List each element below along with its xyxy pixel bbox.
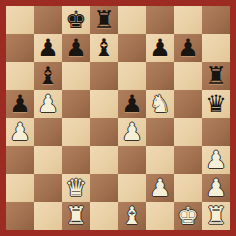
piece-white-pawn[interactable]: ♟ xyxy=(202,174,230,202)
piece-black-pawn[interactable]: ♟ xyxy=(6,90,34,118)
square-b5[interactable]: ♟ xyxy=(34,90,62,118)
square-a5[interactable]: ♟ xyxy=(6,90,34,118)
square-e3[interactable] xyxy=(118,146,146,174)
square-h6[interactable]: ♜ xyxy=(202,62,230,90)
piece-black-king[interactable]: ♚ xyxy=(62,6,90,34)
piece-white-king[interactable]: ♚ xyxy=(174,202,202,230)
square-e6[interactable] xyxy=(118,62,146,90)
square-a3[interactable] xyxy=(6,146,34,174)
piece-black-rook[interactable]: ♜ xyxy=(90,6,118,34)
piece-white-rook[interactable]: ♜ xyxy=(202,202,230,230)
square-f2[interactable]: ♟ xyxy=(146,174,174,202)
square-c3[interactable] xyxy=(62,146,90,174)
square-d6[interactable] xyxy=(90,62,118,90)
square-c6[interactable] xyxy=(62,62,90,90)
chess-board: ♚♜♟♟♝♟♟♝♜♟♟♟♞♛♟♟♟♛♟♟♜♝♚♜ xyxy=(6,6,230,230)
square-a8[interactable] xyxy=(6,6,34,34)
square-b1[interactable] xyxy=(34,202,62,230)
square-g6[interactable] xyxy=(174,62,202,90)
piece-white-knight[interactable]: ♞ xyxy=(146,90,174,118)
piece-black-pawn[interactable]: ♟ xyxy=(146,34,174,62)
piece-white-pawn[interactable]: ♟ xyxy=(118,118,146,146)
piece-white-pawn[interactable]: ♟ xyxy=(34,90,62,118)
square-h4[interactable] xyxy=(202,118,230,146)
piece-white-bishop[interactable]: ♝ xyxy=(118,202,146,230)
square-d1[interactable] xyxy=(90,202,118,230)
square-h3[interactable]: ♟ xyxy=(202,146,230,174)
square-e5[interactable]: ♟ xyxy=(118,90,146,118)
square-b2[interactable] xyxy=(34,174,62,202)
square-e4[interactable]: ♟ xyxy=(118,118,146,146)
square-h2[interactable]: ♟ xyxy=(202,174,230,202)
square-c5[interactable] xyxy=(62,90,90,118)
square-e8[interactable] xyxy=(118,6,146,34)
square-f4[interactable] xyxy=(146,118,174,146)
square-e7[interactable] xyxy=(118,34,146,62)
square-h1[interactable]: ♜ xyxy=(202,202,230,230)
piece-black-queen[interactable]: ♛ xyxy=(202,90,230,118)
square-f1[interactable] xyxy=(146,202,174,230)
piece-black-bishop[interactable]: ♝ xyxy=(34,62,62,90)
square-c1[interactable]: ♜ xyxy=(62,202,90,230)
square-h7[interactable] xyxy=(202,34,230,62)
square-c7[interactable]: ♟ xyxy=(62,34,90,62)
square-d3[interactable] xyxy=(90,146,118,174)
square-h5[interactable]: ♛ xyxy=(202,90,230,118)
square-d4[interactable] xyxy=(90,118,118,146)
square-f5[interactable]: ♞ xyxy=(146,90,174,118)
square-a4[interactable]: ♟ xyxy=(6,118,34,146)
square-g7[interactable]: ♟ xyxy=(174,34,202,62)
square-a6[interactable] xyxy=(6,62,34,90)
piece-white-pawn[interactable]: ♟ xyxy=(202,146,230,174)
square-e2[interactable] xyxy=(118,174,146,202)
piece-black-bishop[interactable]: ♝ xyxy=(90,34,118,62)
square-b3[interactable] xyxy=(34,146,62,174)
square-f7[interactable]: ♟ xyxy=(146,34,174,62)
square-c4[interactable] xyxy=(62,118,90,146)
square-h8[interactable] xyxy=(202,6,230,34)
piece-black-pawn[interactable]: ♟ xyxy=(118,90,146,118)
square-g2[interactable] xyxy=(174,174,202,202)
piece-black-pawn[interactable]: ♟ xyxy=(174,34,202,62)
square-f6[interactable] xyxy=(146,62,174,90)
square-g3[interactable] xyxy=(174,146,202,174)
board-frame: ♚♜♟♟♝♟♟♝♜♟♟♟♞♛♟♟♟♛♟♟♜♝♚♜ xyxy=(0,0,236,236)
square-f8[interactable] xyxy=(146,6,174,34)
square-g4[interactable] xyxy=(174,118,202,146)
square-g8[interactable] xyxy=(174,6,202,34)
piece-white-queen[interactable]: ♛ xyxy=(62,174,90,202)
square-d5[interactable] xyxy=(90,90,118,118)
square-d2[interactable] xyxy=(90,174,118,202)
piece-white-pawn[interactable]: ♟ xyxy=(6,118,34,146)
piece-white-pawn[interactable]: ♟ xyxy=(146,174,174,202)
square-a2[interactable] xyxy=(6,174,34,202)
square-a7[interactable] xyxy=(6,34,34,62)
piece-white-rook[interactable]: ♜ xyxy=(62,202,90,230)
square-g1[interactable]: ♚ xyxy=(174,202,202,230)
piece-black-pawn[interactable]: ♟ xyxy=(62,34,90,62)
square-b7[interactable]: ♟ xyxy=(34,34,62,62)
piece-black-rook[interactable]: ♜ xyxy=(202,62,230,90)
square-d7[interactable]: ♝ xyxy=(90,34,118,62)
square-f3[interactable] xyxy=(146,146,174,174)
square-e1[interactable]: ♝ xyxy=(118,202,146,230)
square-d8[interactable]: ♜ xyxy=(90,6,118,34)
square-b8[interactable] xyxy=(34,6,62,34)
square-b6[interactable]: ♝ xyxy=(34,62,62,90)
square-g5[interactable] xyxy=(174,90,202,118)
square-c8[interactable]: ♚ xyxy=(62,6,90,34)
square-a1[interactable] xyxy=(6,202,34,230)
square-c2[interactable]: ♛ xyxy=(62,174,90,202)
piece-black-pawn[interactable]: ♟ xyxy=(34,34,62,62)
square-b4[interactable] xyxy=(34,118,62,146)
